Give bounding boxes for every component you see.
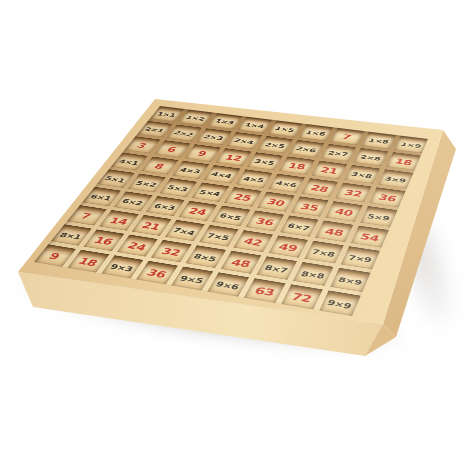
roller-r2-c7[interactable]: 2×7 xyxy=(321,144,356,162)
roller-value: 4×5 xyxy=(242,174,266,183)
roller-value: 1×2 xyxy=(185,113,207,121)
roller-value: 48 xyxy=(229,256,253,269)
roller-r3-c7[interactable]: 21 xyxy=(312,161,348,179)
roller-value: 9 xyxy=(196,148,210,157)
roller-value: 7×8 xyxy=(311,246,337,258)
roller-value: 4×3 xyxy=(179,165,203,174)
roller-value: 1×3 xyxy=(214,117,237,126)
roller-r8-c8[interactable]: 8×8 xyxy=(293,262,333,286)
roller-r8-c6[interactable]: 48 xyxy=(221,251,262,274)
roller-value: 2×5 xyxy=(264,140,287,149)
roller-value: 36 xyxy=(144,266,169,280)
roller-value: 5×9 xyxy=(367,211,392,222)
roller-value: 4×4 xyxy=(210,169,234,179)
roller-value: 8×9 xyxy=(337,273,364,286)
roller-value: 49 xyxy=(277,240,300,253)
roller-value: 24 xyxy=(187,205,210,217)
roller-value: 1×8 xyxy=(368,136,390,145)
roller-r5-c7[interactable]: 35 xyxy=(291,196,328,216)
roller-value: 63 xyxy=(253,284,277,298)
roller-r3-c8[interactable]: 3×8 xyxy=(345,165,380,184)
roller-r4-c4[interactable]: 4×4 xyxy=(204,165,241,184)
roller-value: 6×2 xyxy=(121,196,146,207)
roller-r3-c6[interactable]: 18 xyxy=(279,156,315,174)
roller-value: 36 xyxy=(254,215,277,227)
board-photo-scene: 1×11×21×31×41×51×671×81×92×12×22×32×42×5… xyxy=(0,0,470,470)
roller-value: 6 xyxy=(166,144,179,153)
roller-value: 8×8 xyxy=(300,268,326,280)
roller-r5-c6[interactable]: 30 xyxy=(257,192,294,212)
roller-r7-c2[interactable]: 14 xyxy=(99,210,139,231)
roller-r5-c4[interactable]: 5×4 xyxy=(192,182,230,201)
roller-value: 21 xyxy=(140,219,163,231)
roller-r2-c6[interactable]: 2×6 xyxy=(289,140,324,157)
roller-r5-c8[interactable]: 40 xyxy=(325,201,362,222)
roller-value: 48 xyxy=(323,225,345,237)
roller-value: 4×1 xyxy=(118,157,142,166)
roller-r2-c9[interactable]: 18 xyxy=(386,152,420,170)
roller-r1-c5[interactable]: 1×5 xyxy=(268,120,302,136)
roller-value: 35 xyxy=(299,201,321,213)
roller-value: 5×4 xyxy=(198,187,222,197)
roller-r6-c6[interactable]: 36 xyxy=(246,210,284,231)
roller-value: 30 xyxy=(265,196,288,208)
roller-r3-c3[interactable]: 9 xyxy=(185,144,221,161)
roller-value: 9×3 xyxy=(109,261,136,273)
roller-r3-c4[interactable]: 12 xyxy=(216,148,252,166)
roller-r4-c7[interactable]: 28 xyxy=(301,178,337,197)
roller-value: 2×7 xyxy=(327,148,350,157)
roller-r8-c4[interactable]: 32 xyxy=(151,240,192,262)
roller-r2-c2[interactable]: 2×2 xyxy=(167,125,202,142)
roller-r7-c6[interactable]: 42 xyxy=(233,230,272,252)
roller-value: 1×9 xyxy=(400,140,423,149)
roller-value: 12 xyxy=(223,152,244,162)
roller-r1-c2[interactable]: 1×2 xyxy=(179,110,213,126)
roller-value: 18 xyxy=(393,156,414,167)
roller-r1-c4[interactable]: 1×4 xyxy=(238,117,272,133)
roller-r2-c4[interactable]: 2×4 xyxy=(227,132,262,149)
roller-value: 2×8 xyxy=(359,152,382,161)
roller-value: 1×6 xyxy=(305,128,327,136)
roller-r7-c7[interactable]: 49 xyxy=(269,235,308,257)
roller-value: 2×1 xyxy=(144,125,167,134)
roller-value: 3 xyxy=(135,140,149,149)
roller-r7-c3[interactable]: 21 xyxy=(132,215,172,236)
roller-r4-c5[interactable]: 4×5 xyxy=(236,169,273,188)
roller-value: 1×5 xyxy=(274,124,297,133)
roller-value: 7×5 xyxy=(206,230,232,241)
roller-value: 18 xyxy=(76,254,101,268)
roller-value: 7 xyxy=(79,210,95,221)
roller-r6-c4[interactable]: 24 xyxy=(179,201,218,221)
roller-r3-c5[interactable]: 3×5 xyxy=(247,152,283,170)
roller-value: 3×9 xyxy=(384,174,408,184)
roller-r7-c4[interactable]: 7×4 xyxy=(165,220,205,241)
roller-value: 42 xyxy=(241,234,265,247)
roller-value: 3×8 xyxy=(350,169,374,179)
roller-value: 1×4 xyxy=(244,121,266,129)
roller-value: 7×4 xyxy=(172,225,198,237)
roller-value: 8 xyxy=(153,161,167,170)
roller-value: 7×9 xyxy=(348,252,374,264)
roller-r1-c7[interactable]: 7 xyxy=(330,128,364,145)
roller-value: 2×3 xyxy=(203,132,226,141)
roller-value: 3×5 xyxy=(253,156,277,166)
roller-r3-c2[interactable]: 6 xyxy=(154,140,190,157)
roller-value: 2×6 xyxy=(295,144,318,153)
roller-value: 9 xyxy=(47,250,63,262)
roller-r5-c3[interactable]: 5×3 xyxy=(159,178,197,197)
roller-value: 1×1 xyxy=(156,110,178,118)
roller-r1-c8[interactable]: 1×8 xyxy=(362,132,396,149)
roller-value: 6×1 xyxy=(89,192,114,202)
roller-value: 8×5 xyxy=(192,250,219,262)
roller-value: 2×4 xyxy=(233,136,256,145)
roller-value: 7 xyxy=(341,132,353,141)
roller-r4-c8[interactable]: 32 xyxy=(335,183,371,203)
roller-value: 14 xyxy=(107,214,130,226)
roller-r2-c3[interactable]: 2×3 xyxy=(197,128,232,145)
roller-r6-c5[interactable]: 6×5 xyxy=(212,206,250,227)
roller-r1-c9[interactable]: 1×9 xyxy=(394,136,428,153)
roller-value: 8×1 xyxy=(58,230,84,241)
roller-value: 32 xyxy=(343,187,364,198)
roller-r7-c8[interactable]: 7×8 xyxy=(304,241,343,264)
roller-value: 25 xyxy=(232,191,254,202)
roller-r2-c5[interactable]: 2×5 xyxy=(258,136,293,153)
roller-r5-c2[interactable]: 5×2 xyxy=(128,174,166,193)
roller-r1-c6[interactable]: 1×6 xyxy=(299,124,333,141)
roller-r8-c7[interactable]: 8×7 xyxy=(257,256,297,279)
roller-value: 6×3 xyxy=(153,201,178,211)
roller-value: 5×2 xyxy=(135,178,159,188)
roller-r8-c5[interactable]: 8×5 xyxy=(185,245,226,268)
roller-value: 6×5 xyxy=(218,210,244,221)
roller-value: 5×1 xyxy=(104,173,128,183)
roller-value: 4×6 xyxy=(275,178,299,188)
roller-value: 2×2 xyxy=(173,128,196,137)
roller-value: 9×6 xyxy=(214,278,242,291)
roller-value: 40 xyxy=(333,205,355,217)
roller-r6-c2[interactable]: 6×2 xyxy=(114,191,153,211)
roller-r5-c5[interactable]: 25 xyxy=(224,187,261,207)
roller-value: 36 xyxy=(377,191,399,203)
roller-r4-c2[interactable]: 8 xyxy=(141,157,178,175)
roller-value: 72 xyxy=(290,289,315,304)
roller-r4-c6[interactable]: 4×6 xyxy=(268,174,304,193)
roller-r6-c7[interactable]: 6×7 xyxy=(280,215,318,236)
roller-r7-c5[interactable]: 7×5 xyxy=(199,225,239,247)
roller-value: 32 xyxy=(159,245,183,258)
roller-value: 9×9 xyxy=(326,296,354,310)
roller-value: 9×5 xyxy=(179,272,206,284)
roller-value: 8×7 xyxy=(263,262,290,275)
roller-value: 21 xyxy=(319,164,340,175)
roller-value: 54 xyxy=(358,230,381,243)
roller-r2-c8[interactable]: 2×8 xyxy=(353,148,388,166)
roller-value: 24 xyxy=(125,239,150,252)
roller-r6-c3[interactable]: 6×3 xyxy=(146,196,185,216)
roller-value: 5×3 xyxy=(166,182,191,192)
roller-r4-c3[interactable]: 4×3 xyxy=(172,161,209,179)
roller-value: 18 xyxy=(287,160,307,170)
roller-value: 16 xyxy=(92,234,116,247)
roller-r6-c8[interactable]: 48 xyxy=(315,220,353,242)
roller-value: 28 xyxy=(309,182,331,194)
roller-value: 6×7 xyxy=(286,220,312,232)
roller-r8-c3[interactable]: 24 xyxy=(117,235,158,257)
roller-r1-c3[interactable]: 1×3 xyxy=(208,113,242,129)
